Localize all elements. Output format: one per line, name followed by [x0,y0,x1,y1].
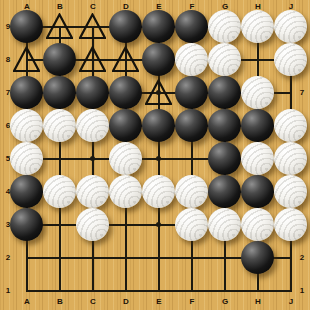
black-stone [10,10,43,43]
intersection-G4[interactable] [208,175,241,208]
black-stone [76,76,109,109]
black-stone [43,43,76,76]
intersection-H2[interactable] [241,241,274,274]
intersection-H7[interactable] [241,76,274,109]
intersection-A6[interactable] [10,109,43,142]
hoshi-point [156,222,161,227]
intersection-D9[interactable] [109,10,142,43]
white-stone [274,10,307,43]
intersection-F6[interactable] [175,109,208,142]
intersection-J6[interactable] [274,109,307,142]
intersection-E5[interactable] [142,142,175,175]
hoshi-point [156,156,161,161]
intersection-D7[interactable] [109,76,142,109]
triangle-mark-icon [145,79,172,110]
coord-label-bottom-D: D [116,297,136,307]
white-stone [208,10,241,43]
coord-label-bottom-H: H [248,297,268,307]
black-stone [109,76,142,109]
intersection-G6[interactable] [208,109,241,142]
white-stone [43,109,76,142]
intersection-C2[interactable] [76,241,109,274]
coord-label-bottom-E: E [149,297,169,307]
intersection-F3[interactable] [175,208,208,241]
intersection-J4[interactable] [274,175,307,208]
black-stone [241,175,274,208]
white-stone [241,10,274,43]
white-stone [43,175,76,208]
intersection-J3[interactable] [274,208,307,241]
black-stone [208,142,241,175]
black-stone [241,109,274,142]
intersection-C4[interactable] [76,175,109,208]
black-stone [142,109,175,142]
white-stone [109,142,142,175]
intersection-C9[interactable] [76,10,109,43]
triangle-mark-icon [112,46,139,77]
intersection-A5[interactable] [10,142,43,175]
coord-label-right-1: 1 [296,286,308,296]
white-stone [208,208,241,241]
board-intersections [10,10,307,307]
intersection-F7[interactable] [175,76,208,109]
intersection-B3[interactable] [43,208,76,241]
coord-label-right-2: 2 [296,253,308,263]
white-stone [274,208,307,241]
black-stone [10,208,43,241]
coord-label-right-7: 7 [296,88,308,98]
intersection-E9[interactable] [142,10,175,43]
intersection-J8[interactable] [274,43,307,76]
black-stone [175,76,208,109]
intersection-G3[interactable] [208,208,241,241]
intersection-H9[interactable] [241,10,274,43]
intersection-B2[interactable] [43,241,76,274]
white-stone [76,109,109,142]
intersection-E3[interactable] [142,208,175,241]
coord-label-bottom-G: G [215,297,235,307]
coord-label-top-B: B [50,2,70,12]
white-stone [241,208,274,241]
white-stone [274,175,307,208]
intersection-B4[interactable] [43,175,76,208]
white-stone [274,142,307,175]
white-stone [109,175,142,208]
intersection-E4[interactable] [142,175,175,208]
coord-label-bottom-J: J [281,297,301,307]
intersection-G2[interactable] [208,241,241,274]
intersection-C6[interactable] [76,109,109,142]
intersection-A8[interactable] [10,43,43,76]
intersection-E2[interactable] [142,241,175,274]
white-stone [175,43,208,76]
coord-label-left-2: 2 [2,253,14,263]
intersection-D2[interactable] [109,241,142,274]
white-stone [175,208,208,241]
intersection-H5[interactable] [241,142,274,175]
black-stone [142,43,175,76]
intersection-H4[interactable] [241,175,274,208]
white-stone [274,109,307,142]
intersection-C7[interactable] [76,76,109,109]
intersection-H3[interactable] [241,208,274,241]
black-stone [175,10,208,43]
white-stone [241,76,274,109]
intersection-B7[interactable] [43,76,76,109]
intersection-D3[interactable] [109,208,142,241]
white-stone [208,43,241,76]
intersection-C8[interactable] [76,43,109,76]
intersection-J5[interactable] [274,142,307,175]
black-stone [208,175,241,208]
intersection-A4[interactable] [10,175,43,208]
intersection-B5[interactable] [43,142,76,175]
triangle-mark-icon [46,13,73,44]
coord-label-bottom-A: A [17,297,37,307]
white-stone [76,175,109,208]
hoshi-point [90,156,95,161]
intersection-H8[interactable] [241,43,274,76]
intersection-G5[interactable] [208,142,241,175]
intersection-A2[interactable] [10,241,43,274]
intersection-G9[interactable] [208,10,241,43]
coord-label-bottom-B: B [50,297,70,307]
intersection-D4[interactable] [109,175,142,208]
black-stone [142,10,175,43]
intersection-D8[interactable] [109,43,142,76]
black-stone [241,241,274,274]
black-stone [43,76,76,109]
intersection-F8[interactable] [175,43,208,76]
black-stone [10,76,43,109]
intersection-F2[interactable] [175,241,208,274]
intersection-G7[interactable] [208,76,241,109]
black-stone [208,76,241,109]
triangle-mark-icon [13,46,40,77]
intersection-F9[interactable] [175,10,208,43]
white-stone [76,208,109,241]
white-stone [10,109,43,142]
white-stone [10,142,43,175]
intersection-C5[interactable] [76,142,109,175]
intersection-A7[interactable] [10,76,43,109]
intersection-E6[interactable] [142,109,175,142]
intersection-A3[interactable] [10,208,43,241]
coord-label-bottom-C: C [83,297,103,307]
intersection-F5[interactable] [175,142,208,175]
go-board: AABBCCDDEEFFGGHHJJ998877665544332211 [0,0,310,310]
intersection-B6[interactable] [43,109,76,142]
black-stone [208,109,241,142]
white-stone [274,43,307,76]
intersection-D5[interactable] [109,142,142,175]
black-stone [175,109,208,142]
white-stone [241,142,274,175]
intersection-F4[interactable] [175,175,208,208]
intersection-H6[interactable] [241,109,274,142]
intersection-C3[interactable] [76,208,109,241]
white-stone [142,175,175,208]
intersection-E8[interactable] [142,43,175,76]
white-stone [175,175,208,208]
intersection-B9[interactable] [43,10,76,43]
black-stone [109,109,142,142]
intersection-D6[interactable] [109,109,142,142]
intersection-A9[interactable] [10,10,43,43]
intersection-E7[interactable] [142,76,175,109]
intersection-B8[interactable] [43,43,76,76]
triangle-mark-icon [79,46,106,77]
black-stone [10,175,43,208]
coord-label-left-1: 1 [2,286,14,296]
black-stone [109,10,142,43]
intersection-J9[interactable] [274,10,307,43]
coord-label-top-C: C [83,2,103,12]
triangle-mark-icon [79,13,106,44]
coord-label-bottom-F: F [182,297,202,307]
intersection-G8[interactable] [208,43,241,76]
